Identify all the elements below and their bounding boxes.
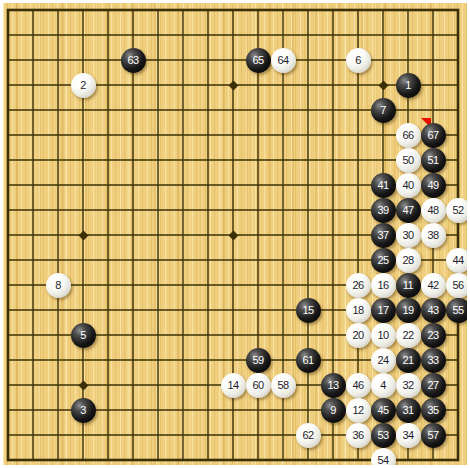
intersection-M10[interactable] [271,223,296,248]
intersection-E4[interactable] [96,373,121,398]
intersection-G19[interactable] [146,3,171,23]
intersection-G13[interactable] [146,148,171,173]
intersection-M5[interactable] [271,348,296,373]
intersection-M14[interactable] [271,123,296,148]
intersection-J7[interactable] [196,298,221,323]
intersection-O11[interactable] [321,198,346,223]
intersection-A19[interactable] [3,3,21,23]
intersection-J15[interactable] [196,98,221,123]
intersection-P5[interactable] [346,348,371,373]
intersection-Q7[interactable]: 17 [371,298,396,323]
intersection-H6[interactable] [171,323,196,348]
intersection-A2[interactable] [3,423,21,448]
intersection-Q1[interactable]: 54 [371,448,396,466]
intersection-T11[interactable]: 52 [446,198,468,223]
intersection-J9[interactable] [196,248,221,273]
intersection-A10[interactable] [3,223,21,248]
intersection-O15[interactable] [321,98,346,123]
intersection-J5[interactable] [196,348,221,373]
intersection-F8[interactable] [121,273,146,298]
intersection-C2[interactable] [46,423,71,448]
intersection-M15[interactable] [271,98,296,123]
intersection-F18[interactable] [121,23,146,48]
intersection-B5[interactable] [21,348,46,373]
intersection-P3[interactable]: 12 [346,398,371,423]
intersection-D6[interactable]: 5 [71,323,96,348]
intersection-H1[interactable] [171,448,196,466]
intersection-J10[interactable] [196,223,221,248]
intersection-T4[interactable] [446,373,468,398]
intersection-D19[interactable] [71,3,96,23]
intersection-A4[interactable] [3,373,21,398]
intersection-S19[interactable] [421,3,446,23]
intersection-D7[interactable] [71,298,96,323]
intersection-C10[interactable] [46,223,71,248]
intersection-O10[interactable] [321,223,346,248]
intersection-M13[interactable] [271,148,296,173]
intersection-P6[interactable]: 20 [346,323,371,348]
intersection-C11[interactable] [46,198,71,223]
intersection-A13[interactable] [3,148,21,173]
intersection-P12[interactable] [346,173,371,198]
intersection-N15[interactable] [296,98,321,123]
intersection-G11[interactable] [146,198,171,223]
intersection-N8[interactable] [296,273,321,298]
intersection-F17[interactable]: 63 [121,48,146,73]
intersection-H5[interactable] [171,348,196,373]
intersection-M9[interactable] [271,248,296,273]
intersection-G9[interactable] [146,248,171,273]
intersection-B2[interactable] [21,423,46,448]
intersection-G6[interactable] [146,323,171,348]
intersection-H11[interactable] [171,198,196,223]
intersection-G14[interactable] [146,123,171,148]
intersection-F3[interactable] [121,398,146,423]
intersection-N16[interactable] [296,73,321,98]
intersection-L2[interactable] [246,423,271,448]
intersection-N14[interactable] [296,123,321,148]
intersection-B18[interactable] [21,23,46,48]
intersection-S2[interactable]: 57 [421,423,446,448]
intersection-A5[interactable] [3,348,21,373]
intersection-J8[interactable] [196,273,221,298]
intersection-K14[interactable] [221,123,246,148]
intersection-L11[interactable] [246,198,271,223]
intersection-N7[interactable]: 15 [296,298,321,323]
intersection-B4[interactable] [21,373,46,398]
intersection-R5[interactable]: 21 [396,348,421,373]
intersection-N17[interactable] [296,48,321,73]
intersection-T17[interactable] [446,48,468,73]
intersection-T19[interactable] [446,3,468,23]
intersection-N1[interactable] [296,448,321,466]
intersection-M4[interactable]: 58 [271,373,296,398]
intersection-L16[interactable] [246,73,271,98]
intersection-M8[interactable] [271,273,296,298]
intersection-O12[interactable] [321,173,346,198]
intersection-R4[interactable]: 32 [396,373,421,398]
intersection-F15[interactable] [121,98,146,123]
intersection-E15[interactable] [96,98,121,123]
intersection-G12[interactable] [146,173,171,198]
intersection-T16[interactable] [446,73,468,98]
intersection-T15[interactable] [446,98,468,123]
intersection-K4[interactable]: 14 [221,373,246,398]
intersection-T8[interactable]: 56 [446,273,468,298]
intersection-P11[interactable] [346,198,371,223]
intersection-J12[interactable] [196,173,221,198]
intersection-L19[interactable] [246,3,271,23]
intersection-R19[interactable] [396,3,421,23]
intersection-K19[interactable] [221,3,246,23]
intersection-D14[interactable] [71,123,96,148]
intersection-Q14[interactable] [371,123,396,148]
intersection-K16[interactable] [221,73,246,98]
intersection-G17[interactable] [146,48,171,73]
intersection-L18[interactable] [246,23,271,48]
intersection-L4[interactable]: 60 [246,373,271,398]
intersection-G18[interactable] [146,23,171,48]
intersection-A15[interactable] [3,98,21,123]
intersection-S7[interactable]: 43 [421,298,446,323]
intersection-H19[interactable] [171,3,196,23]
intersection-S13[interactable]: 51 [421,148,446,173]
intersection-B9[interactable] [21,248,46,273]
intersection-P1[interactable] [346,448,371,466]
intersection-T3[interactable] [446,398,468,423]
intersection-M19[interactable] [271,3,296,23]
intersection-H7[interactable] [171,298,196,323]
intersection-C3[interactable] [46,398,71,423]
intersection-S6[interactable]: 23 [421,323,446,348]
intersection-G4[interactable] [146,373,171,398]
intersection-D4[interactable] [71,373,96,398]
intersection-J17[interactable] [196,48,221,73]
intersection-E6[interactable] [96,323,121,348]
intersection-K1[interactable] [221,448,246,466]
intersection-H17[interactable] [171,48,196,73]
intersection-P16[interactable] [346,73,371,98]
intersection-F14[interactable] [121,123,146,148]
intersection-N18[interactable] [296,23,321,48]
intersection-L5[interactable]: 59 [246,348,271,373]
intersection-J13[interactable] [196,148,221,173]
intersection-B8[interactable] [21,273,46,298]
intersection-G3[interactable] [146,398,171,423]
intersection-L13[interactable] [246,148,271,173]
intersection-K13[interactable] [221,148,246,173]
intersection-F13[interactable] [121,148,146,173]
intersection-R12[interactable]: 40 [396,173,421,198]
intersection-B6[interactable] [21,323,46,348]
intersection-Q16[interactable] [371,73,396,98]
intersection-G5[interactable] [146,348,171,373]
intersection-T2[interactable] [446,423,468,448]
intersection-R3[interactable]: 31 [396,398,421,423]
intersection-R11[interactable]: 47 [396,198,421,223]
intersection-Q3[interactable]: 45 [371,398,396,423]
intersection-N19[interactable] [296,3,321,23]
intersection-O8[interactable] [321,273,346,298]
intersection-S17[interactable] [421,48,446,73]
intersection-Q10[interactable]: 37 [371,223,396,248]
intersection-E13[interactable] [96,148,121,173]
intersection-G15[interactable] [146,98,171,123]
intersection-S12[interactable]: 49 [421,173,446,198]
intersection-J14[interactable] [196,123,221,148]
intersection-A8[interactable] [3,273,21,298]
intersection-K15[interactable] [221,98,246,123]
intersection-Q11[interactable]: 39 [371,198,396,223]
intersection-P15[interactable] [346,98,371,123]
intersection-F2[interactable] [121,423,146,448]
intersection-D16[interactable]: 2 [71,73,96,98]
intersection-Q13[interactable] [371,148,396,173]
intersection-E7[interactable] [96,298,121,323]
intersection-B19[interactable] [21,3,46,23]
intersection-B14[interactable] [21,123,46,148]
intersection-D8[interactable] [71,273,96,298]
intersection-H12[interactable] [171,173,196,198]
intersection-O16[interactable] [321,73,346,98]
intersection-K18[interactable] [221,23,246,48]
intersection-S3[interactable]: 35 [421,398,446,423]
intersection-T10[interactable] [446,223,468,248]
intersection-K6[interactable] [221,323,246,348]
intersection-B12[interactable] [21,173,46,198]
intersection-B3[interactable] [21,398,46,423]
intersection-T5[interactable] [446,348,468,373]
intersection-H10[interactable] [171,223,196,248]
intersection-P13[interactable] [346,148,371,173]
intersection-M12[interactable] [271,173,296,198]
intersection-O9[interactable] [321,248,346,273]
intersection-N2[interactable]: 62 [296,423,321,448]
intersection-F10[interactable] [121,223,146,248]
intersection-O5[interactable] [321,348,346,373]
intersection-O1[interactable] [321,448,346,466]
intersection-Q8[interactable]: 16 [371,273,396,298]
intersection-N4[interactable] [296,373,321,398]
intersection-K12[interactable] [221,173,246,198]
intersection-P9[interactable] [346,248,371,273]
intersection-A17[interactable] [3,48,21,73]
intersection-C16[interactable] [46,73,71,98]
intersection-S8[interactable]: 42 [421,273,446,298]
intersection-P4[interactable]: 46 [346,373,371,398]
intersection-K11[interactable] [221,198,246,223]
intersection-S4[interactable]: 27 [421,373,446,398]
intersection-D12[interactable] [71,173,96,198]
intersection-D11[interactable] [71,198,96,223]
intersection-E17[interactable] [96,48,121,73]
intersection-J3[interactable] [196,398,221,423]
intersection-R15[interactable] [396,98,421,123]
intersection-J6[interactable] [196,323,221,348]
intersection-K9[interactable] [221,248,246,273]
intersection-E11[interactable] [96,198,121,223]
intersection-G7[interactable] [146,298,171,323]
intersection-D10[interactable] [71,223,96,248]
intersection-A9[interactable] [3,248,21,273]
intersection-C5[interactable] [46,348,71,373]
intersection-P7[interactable]: 18 [346,298,371,323]
intersection-E2[interactable] [96,423,121,448]
intersection-S10[interactable]: 38 [421,223,446,248]
intersection-F19[interactable] [121,3,146,23]
intersection-Q6[interactable]: 10 [371,323,396,348]
intersection-M17[interactable]: 64 [271,48,296,73]
intersection-M3[interactable] [271,398,296,423]
intersection-M7[interactable] [271,298,296,323]
intersection-F12[interactable] [121,173,146,198]
intersection-S1[interactable] [421,448,446,466]
intersection-M16[interactable] [271,73,296,98]
intersection-G16[interactable] [146,73,171,98]
intersection-A12[interactable] [3,173,21,198]
intersection-C13[interactable] [46,148,71,173]
intersection-A18[interactable] [3,23,21,48]
intersection-T6[interactable] [446,323,468,348]
intersection-B10[interactable] [21,223,46,248]
intersection-L15[interactable] [246,98,271,123]
intersection-N10[interactable] [296,223,321,248]
intersection-L10[interactable] [246,223,271,248]
intersection-H2[interactable] [171,423,196,448]
intersection-C12[interactable] [46,173,71,198]
intersection-B1[interactable] [21,448,46,466]
intersection-C4[interactable] [46,373,71,398]
intersection-Q9[interactable]: 25 [371,248,396,273]
intersection-J19[interactable] [196,3,221,23]
intersection-Q19[interactable] [371,3,396,23]
intersection-K10[interactable] [221,223,246,248]
intersection-C14[interactable] [46,123,71,148]
intersection-J11[interactable] [196,198,221,223]
intersection-C19[interactable] [46,3,71,23]
intersection-A3[interactable] [3,398,21,423]
intersection-M1[interactable] [271,448,296,466]
intersection-E14[interactable] [96,123,121,148]
intersection-J18[interactable] [196,23,221,48]
intersection-F5[interactable] [121,348,146,373]
intersection-S14[interactable]: 67 [421,123,446,148]
intersection-Q5[interactable]: 24 [371,348,396,373]
intersection-N12[interactable] [296,173,321,198]
intersection-R17[interactable] [396,48,421,73]
intersection-A7[interactable] [3,298,21,323]
intersection-D15[interactable] [71,98,96,123]
intersection-D18[interactable] [71,23,96,48]
intersection-N13[interactable] [296,148,321,173]
intersection-A1[interactable] [3,448,21,466]
intersection-B15[interactable] [21,98,46,123]
intersection-L7[interactable] [246,298,271,323]
intersection-R8[interactable]: 11 [396,273,421,298]
intersection-O2[interactable] [321,423,346,448]
intersection-H15[interactable] [171,98,196,123]
intersection-E19[interactable] [96,3,121,23]
intersection-G10[interactable] [146,223,171,248]
intersection-P14[interactable] [346,123,371,148]
intersection-S16[interactable] [421,73,446,98]
intersection-D1[interactable] [71,448,96,466]
intersection-O13[interactable] [321,148,346,173]
intersection-O18[interactable] [321,23,346,48]
intersection-T1[interactable] [446,448,468,466]
intersection-L3[interactable] [246,398,271,423]
intersection-E5[interactable] [96,348,121,373]
intersection-E12[interactable] [96,173,121,198]
intersection-F9[interactable] [121,248,146,273]
intersection-L14[interactable] [246,123,271,148]
intersection-C7[interactable] [46,298,71,323]
intersection-F4[interactable] [121,373,146,398]
intersection-O7[interactable] [321,298,346,323]
intersection-Q17[interactable] [371,48,396,73]
intersection-R6[interactable]: 22 [396,323,421,348]
intersection-H14[interactable] [171,123,196,148]
intersection-E8[interactable] [96,273,121,298]
intersection-G1[interactable] [146,448,171,466]
intersection-R2[interactable]: 34 [396,423,421,448]
intersection-Q2[interactable]: 53 [371,423,396,448]
intersection-H13[interactable] [171,148,196,173]
intersection-J16[interactable] [196,73,221,98]
intersection-H18[interactable] [171,23,196,48]
intersection-R9[interactable]: 28 [396,248,421,273]
intersection-M18[interactable] [271,23,296,48]
intersection-R1[interactable] [396,448,421,466]
intersection-O17[interactable] [321,48,346,73]
intersection-P10[interactable] [346,223,371,248]
intersection-C9[interactable] [46,248,71,273]
intersection-M6[interactable] [271,323,296,348]
intersection-F11[interactable] [121,198,146,223]
intersection-S11[interactable]: 48 [421,198,446,223]
intersection-D9[interactable] [71,248,96,273]
intersection-N3[interactable] [296,398,321,423]
intersection-B16[interactable] [21,73,46,98]
intersection-H4[interactable] [171,373,196,398]
intersection-B13[interactable] [21,148,46,173]
intersection-Q15[interactable]: 7 [371,98,396,123]
intersection-R18[interactable] [396,23,421,48]
intersection-K8[interactable] [221,273,246,298]
intersection-N5[interactable]: 61 [296,348,321,373]
intersection-F7[interactable] [121,298,146,323]
intersection-B17[interactable] [21,48,46,73]
intersection-K3[interactable] [221,398,246,423]
intersection-T12[interactable] [446,173,468,198]
intersection-P19[interactable] [346,3,371,23]
intersection-K5[interactable] [221,348,246,373]
intersection-S18[interactable] [421,23,446,48]
intersection-C8[interactable]: 8 [46,273,71,298]
intersection-O14[interactable] [321,123,346,148]
intersection-M2[interactable] [271,423,296,448]
intersection-M11[interactable] [271,198,296,223]
intersection-N11[interactable] [296,198,321,223]
intersection-F6[interactable] [121,323,146,348]
intersection-H9[interactable] [171,248,196,273]
intersection-E3[interactable] [96,398,121,423]
intersection-S5[interactable]: 33 [421,348,446,373]
intersection-N6[interactable] [296,323,321,348]
intersection-L1[interactable] [246,448,271,466]
intersection-C17[interactable] [46,48,71,73]
intersection-C18[interactable] [46,23,71,48]
